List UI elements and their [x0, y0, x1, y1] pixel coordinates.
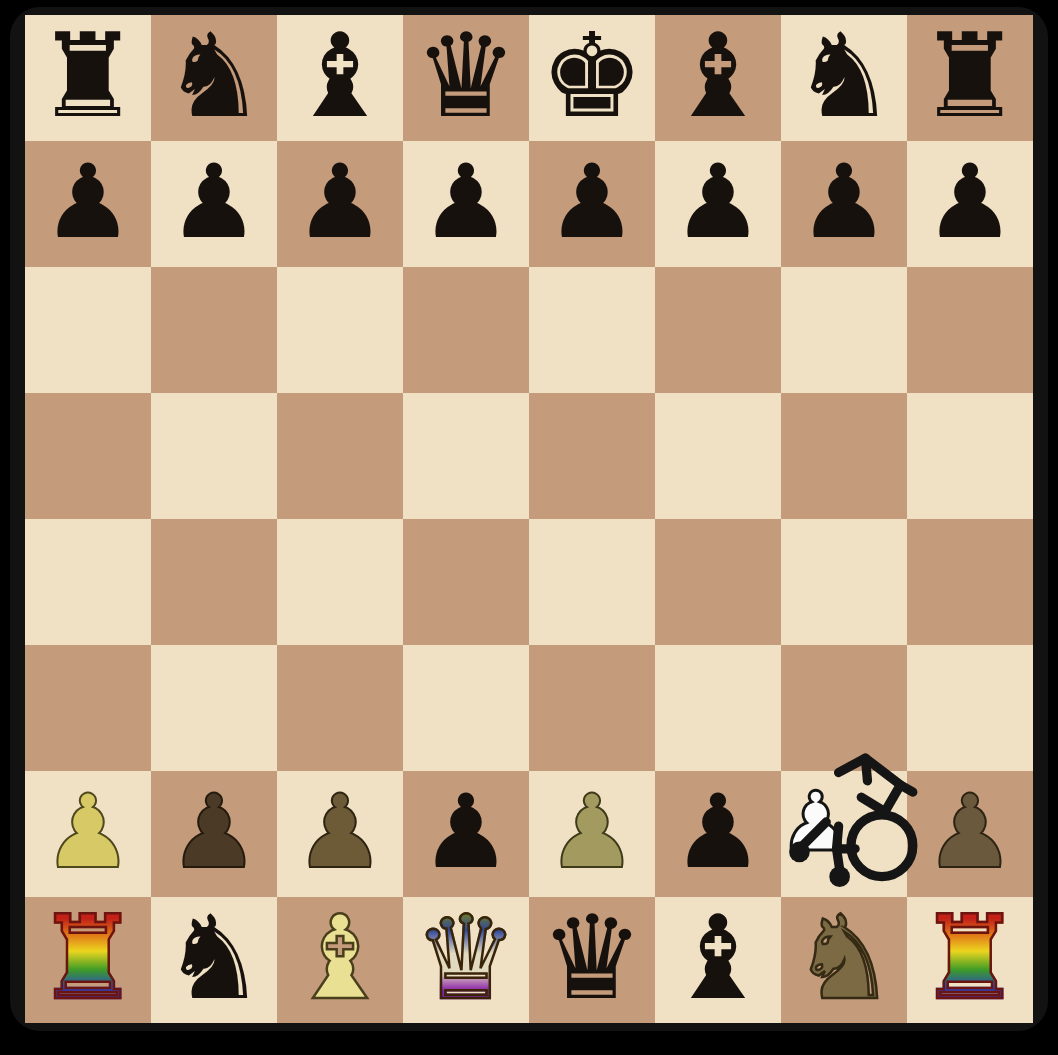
pawn-glyph: ♟ [42, 151, 133, 253]
square-g5[interactable] [781, 393, 907, 519]
pawn-glyph: ♟ [294, 151, 385, 253]
pawn-glyph: ♟ [420, 151, 511, 253]
square-b2[interactable]: ♟ [151, 771, 277, 897]
square-f3[interactable] [655, 645, 781, 771]
square-g7[interactable]: ♟ [781, 141, 907, 267]
pawn-glyph: ♟ [672, 781, 763, 883]
square-b3[interactable] [151, 645, 277, 771]
bishop-glyph: ♝ [288, 18, 392, 134]
square-f2[interactable]: ♟ [655, 771, 781, 897]
square-g1[interactable]: ♞ [781, 897, 907, 1023]
square-f6[interactable] [655, 267, 781, 393]
square-a1[interactable]: ♜ [25, 897, 151, 1023]
knight-glyph: ♞ [792, 18, 896, 134]
piece-black-rook[interactable]: ♜ [907, 15, 1033, 141]
square-b5[interactable] [151, 393, 277, 519]
pawn-glyph: ♟ [294, 781, 385, 883]
piece-rainbowqueen-queen[interactable]: ♛ [403, 897, 529, 1023]
square-g8[interactable]: ♞ [781, 15, 907, 141]
square-g2[interactable]: ♟ [781, 771, 907, 897]
square-d3[interactable] [403, 645, 529, 771]
queen-glyph: ♛ [414, 18, 518, 134]
piece-black-queen[interactable]: ♛ [529, 897, 655, 1023]
pawn-glyph: ♟ [924, 151, 1015, 253]
piece-brown-pawn[interactable]: ♟ [907, 771, 1033, 897]
square-h5[interactable] [907, 393, 1033, 519]
square-d6[interactable] [403, 267, 529, 393]
square-d2[interactable]: ♟ [403, 771, 529, 897]
pawn-glyph: ♟ [42, 781, 133, 883]
piece-black-rook[interactable]: ♜ [25, 15, 151, 141]
square-c8[interactable]: ♝ [277, 15, 403, 141]
piece-rainbow-rook[interactable]: ♜ [25, 897, 151, 1023]
square-c2[interactable]: ♟ [277, 771, 403, 897]
bishop-glyph: ♝ [288, 900, 392, 1016]
pawn-glyph: ♟ [420, 781, 511, 883]
piece-khaki-pawn[interactable]: ♟ [529, 771, 655, 897]
screenshot-canvas: ♜♞♝♛♚♝♞♜♟♟♟♟♟♟♟♟♟♟♟♟♟♟♟ ♟♜♞♝♛♛♝♞♜ [0, 0, 1058, 1055]
square-a4[interactable] [25, 519, 151, 645]
square-h3[interactable] [907, 645, 1033, 771]
square-g4[interactable] [781, 519, 907, 645]
piece-yellow-pawn[interactable]: ♟ [25, 771, 151, 897]
square-d1[interactable]: ♛ [403, 897, 529, 1023]
piece-cream-bishop[interactable]: ♝ [277, 897, 403, 1023]
square-h7[interactable]: ♟ [907, 141, 1033, 267]
board-frame: ♜♞♝♛♚♝♞♜♟♟♟♟♟♟♟♟♟♟♟♟♟♟♟ ♟♜♞♝♛♛♝♞♜ [10, 7, 1048, 1031]
piece-rainbow-rook[interactable]: ♜ [907, 897, 1033, 1023]
square-f4[interactable] [655, 519, 781, 645]
piece-white-pawn-wheelchair[interactable]: ♟ [781, 771, 907, 897]
square-h1[interactable]: ♜ [907, 897, 1033, 1023]
rook-glyph: ♜ [918, 900, 1022, 1016]
piece-black-pawn[interactable]: ♟ [25, 141, 151, 267]
pawn-glyph: ♟ [168, 781, 259, 883]
square-d7[interactable]: ♟ [403, 141, 529, 267]
square-e7[interactable]: ♟ [529, 141, 655, 267]
pawn-glyph: ♟ [798, 151, 889, 253]
piece-black-knight[interactable]: ♞ [151, 15, 277, 141]
square-b1[interactable]: ♞ [151, 897, 277, 1023]
piece-black-pawn[interactable]: ♟ [403, 141, 529, 267]
queen-glyph: ♛ [540, 900, 644, 1016]
square-e6[interactable] [529, 267, 655, 393]
piece-black-bishop[interactable]: ♝ [655, 897, 781, 1023]
pawn-glyph: ♟ [546, 151, 637, 253]
piece-olive-pawn[interactable]: ♟ [277, 771, 403, 897]
piece-black-bishop[interactable]: ♝ [277, 15, 403, 141]
square-e2[interactable]: ♟ [529, 771, 655, 897]
rook-glyph: ♜ [36, 900, 140, 1016]
bishop-glyph: ♝ [666, 900, 770, 1016]
square-e1[interactable]: ♛ [529, 897, 655, 1023]
square-a5[interactable] [25, 393, 151, 519]
square-f1[interactable]: ♝ [655, 897, 781, 1023]
square-e5[interactable] [529, 393, 655, 519]
square-a8[interactable]: ♜ [25, 15, 151, 141]
piece-black-knight[interactable]: ♞ [151, 897, 277, 1023]
knight-glyph: ♞ [792, 900, 896, 1016]
square-e8[interactable]: ♚ [529, 15, 655, 141]
square-c3[interactable] [277, 645, 403, 771]
rook-glyph: ♜ [918, 18, 1022, 134]
piece-darkbrown-pawn[interactable]: ♟ [151, 771, 277, 897]
square-e3[interactable] [529, 645, 655, 771]
square-a6[interactable] [25, 267, 151, 393]
knight-glyph: ♞ [162, 18, 266, 134]
square-f8[interactable]: ♝ [655, 15, 781, 141]
square-h6[interactable] [907, 267, 1033, 393]
queen-glyph: ♛ [414, 900, 518, 1016]
piece-brownknight-knight[interactable]: ♞ [781, 897, 907, 1023]
wheelchair-icon [785, 747, 919, 897]
king-glyph: ♚ [540, 18, 644, 134]
piece-black-knight[interactable]: ♞ [781, 15, 907, 141]
square-f5[interactable] [655, 393, 781, 519]
square-f7[interactable]: ♟ [655, 141, 781, 267]
rook-glyph: ♜ [36, 18, 140, 134]
piece-black-pawn[interactable]: ♟ [655, 771, 781, 897]
square-d5[interactable] [403, 393, 529, 519]
square-a3[interactable] [25, 645, 151, 771]
bishop-glyph: ♝ [666, 18, 770, 134]
square-a2[interactable]: ♟ [25, 771, 151, 897]
square-c7[interactable]: ♟ [277, 141, 403, 267]
piece-black-pawn[interactable]: ♟ [655, 141, 781, 267]
square-h8[interactable]: ♜ [907, 15, 1033, 141]
square-g6[interactable] [781, 267, 907, 393]
pawn-glyph: ♟ [546, 781, 637, 883]
knight-glyph: ♞ [162, 900, 266, 1016]
square-c4[interactable] [277, 519, 403, 645]
piece-black-pawn[interactable]: ♟ [277, 141, 403, 267]
square-a7[interactable]: ♟ [25, 141, 151, 267]
square-b7[interactable]: ♟ [151, 141, 277, 267]
piece-black-bishop[interactable]: ♝ [655, 15, 781, 141]
pawn-glyph: ♟ [924, 781, 1015, 883]
square-b4[interactable] [151, 519, 277, 645]
square-h4[interactable] [907, 519, 1033, 645]
piece-black-queen[interactable]: ♛ [403, 15, 529, 141]
square-d4[interactable] [403, 519, 529, 645]
piece-black-pawn[interactable]: ♟ [529, 141, 655, 267]
square-c6[interactable] [277, 267, 403, 393]
chess-board: ♜♞♝♛♚♝♞♜♟♟♟♟♟♟♟♟♟♟♟♟♟♟♟ ♟♜♞♝♛♛♝♞♜ [25, 15, 1033, 1023]
square-c1[interactable]: ♝ [277, 897, 403, 1023]
piece-black-pawn[interactable]: ♟ [403, 771, 529, 897]
piece-black-pawn[interactable]: ♟ [151, 141, 277, 267]
piece-black-king[interactable]: ♚ [529, 15, 655, 141]
piece-black-pawn[interactable]: ♟ [781, 141, 907, 267]
square-h2[interactable]: ♟ [907, 771, 1033, 897]
piece-black-pawn[interactable]: ♟ [907, 141, 1033, 267]
square-c5[interactable] [277, 393, 403, 519]
pawn-glyph: ♟ [672, 151, 763, 253]
square-e4[interactable] [529, 519, 655, 645]
square-b8[interactable]: ♞ [151, 15, 277, 141]
square-b6[interactable] [151, 267, 277, 393]
square-d8[interactable]: ♛ [403, 15, 529, 141]
pawn-glyph: ♟ [168, 151, 259, 253]
